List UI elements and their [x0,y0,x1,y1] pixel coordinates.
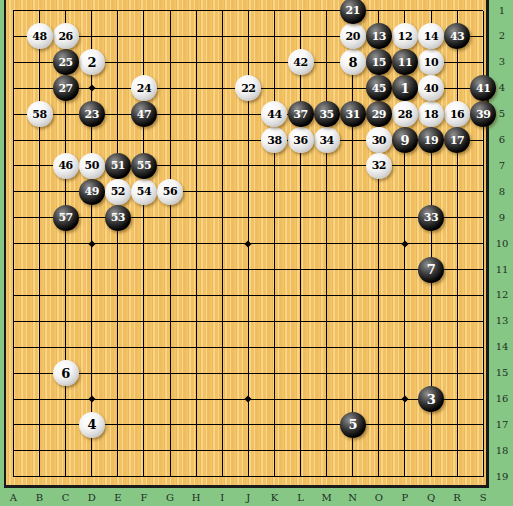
stone[interactable]: 5 [340,412,366,438]
move-number: 26 [58,31,72,42]
column-label: S [480,493,487,503]
move-number: 7 [427,263,436,276]
move-number: 20 [346,31,360,42]
stone[interactable]: 13 [366,23,392,49]
grid-line-vertical [274,11,275,477]
move-number: 55 [137,160,151,171]
stone[interactable]: 8 [340,49,366,75]
column-label: M [321,493,331,503]
move-number: 38 [267,135,281,146]
stone[interactable]: 2 [79,49,105,75]
stone[interactable]: 54 [131,179,157,205]
stone[interactable]: 44 [261,101,287,127]
move-number: 18 [424,109,438,120]
stone[interactable]: 51 [105,153,131,179]
stone[interactable]: 4 [79,412,105,438]
column-label: N [348,493,357,503]
stone[interactable]: 48 [27,23,53,49]
move-number: 30 [372,135,386,146]
grid-line-vertical [352,11,353,477]
row-label: 14 [491,342,513,352]
column-label: F [140,493,147,503]
stone[interactable]: 40 [418,75,444,101]
move-number: 24 [137,83,151,94]
row-label: 12 [491,290,513,300]
row-label: 5 [491,109,513,119]
grid-line-vertical [326,11,327,477]
move-number: 51 [111,160,125,171]
column-label: A [10,493,17,503]
stone[interactable]: 37 [288,101,314,127]
row-label: 4 [491,83,513,93]
grid-line-horizontal [13,450,483,451]
stone[interactable]: 29 [366,101,392,127]
move-number: 16 [450,109,464,120]
column-label: O [375,493,383,503]
move-number: 31 [346,109,360,120]
row-label: 10 [491,239,513,249]
move-number: 4 [87,418,96,431]
stone[interactable]: 23 [79,101,105,127]
column-label: C [62,493,70,503]
column-label: Q [427,493,435,503]
grid-line-vertical [300,11,301,477]
move-number: 39 [476,109,490,120]
grid-line-horizontal [13,373,483,374]
move-number: 36 [293,135,307,146]
stone[interactable]: 36 [288,127,314,153]
move-number: 14 [424,31,438,42]
stone[interactable]: 53 [105,205,131,231]
move-number: 15 [372,57,386,68]
row-label: 9 [491,213,513,223]
column-label: R [453,493,461,503]
stone[interactable]: 20 [340,23,366,49]
move-number: 49 [85,186,99,197]
move-number: 8 [348,56,357,69]
stone[interactable]: 12 [392,23,418,49]
move-number: 48 [32,31,46,42]
stone[interactable]: 19 [418,127,444,153]
stone[interactable]: 6 [53,360,79,386]
column-label: K [271,493,278,503]
row-label: 15 [491,368,513,378]
row-label: 1 [491,6,513,16]
stone[interactable]: 38 [261,127,287,153]
stone[interactable]: 25 [53,49,79,75]
column-label: J [246,493,250,503]
move-number: 17 [450,135,464,146]
move-number: 37 [293,109,307,120]
move-number: 44 [267,109,281,120]
row-label: 13 [491,316,513,326]
stone[interactable]: 24 [131,75,157,101]
move-number: 45 [372,83,386,94]
column-label: I [220,493,224,503]
grid-line-horizontal [13,321,483,322]
move-number: 29 [372,109,386,120]
column-label: H [192,493,201,503]
row-label: 6 [491,135,513,145]
stone[interactable]: 46 [53,153,79,179]
row-label: 2 [491,31,513,41]
move-number: 41 [476,83,490,94]
move-number: 23 [85,109,99,120]
stone[interactable]: 28 [392,101,418,127]
stone[interactable]: 30 [366,127,392,153]
move-number: 35 [319,109,333,120]
column-label: P [402,493,409,503]
move-number: 12 [398,31,412,42]
move-number: 3 [427,393,436,406]
stone[interactable]: 42 [288,49,314,75]
column-label: G [166,493,174,503]
stone[interactable]: 55 [131,153,157,179]
move-number: 58 [32,109,46,120]
stone[interactable]: 57 [53,205,79,231]
stone[interactable]: 27 [53,75,79,101]
grid-line-horizontal [13,476,483,477]
grid-line-horizontal [13,295,483,296]
move-number: 40 [424,83,438,94]
column-label: E [114,493,121,503]
column-label: L [297,493,304,503]
stone[interactable]: 31 [340,101,366,127]
stone[interactable]: 52 [105,179,131,205]
move-number: 5 [348,418,357,431]
stone[interactable]: 33 [418,205,444,231]
move-number: 6 [61,367,70,380]
row-label: 17 [491,420,513,430]
move-number: 56 [163,186,177,197]
row-label: 11 [491,265,513,275]
stone[interactable]: 16 [444,101,470,127]
move-number: 34 [319,135,333,146]
move-number: 25 [58,57,72,68]
stone[interactable]: 9 [392,127,418,153]
stone[interactable]: 47 [131,101,157,127]
grid-line-horizontal [13,269,483,270]
move-number: 52 [111,186,125,197]
stone[interactable]: 58 [27,101,53,127]
stone[interactable]: 14 [418,23,444,49]
move-number: 50 [85,160,99,171]
move-number: 54 [137,186,151,197]
move-number: 43 [450,31,464,42]
row-label: 19 [491,472,513,482]
row-label: 16 [491,394,513,404]
move-number: 22 [241,83,255,94]
move-number: 42 [293,57,307,68]
row-label: 7 [491,161,513,171]
go-kifu-diagram: 1234567891011121314151617181920212223242… [0,0,513,506]
move-number: 11 [398,57,412,68]
stone[interactable]: 7 [418,257,444,283]
column-label: B [36,493,43,503]
stone[interactable]: 26 [53,23,79,49]
stone[interactable]: 45 [366,75,392,101]
grid-line-horizontal [13,347,483,348]
row-label: 3 [491,57,513,67]
move-number: 27 [58,83,72,94]
move-number: 46 [58,160,72,171]
move-number: 10 [424,57,438,68]
stone[interactable]: 1 [392,75,418,101]
stone[interactable]: 35 [314,101,340,127]
move-number: 21 [346,5,360,16]
move-number: 28 [398,109,412,120]
stone[interactable]: 11 [392,49,418,75]
move-number: 19 [424,135,438,146]
move-number: 1 [401,82,410,95]
column-label: D [88,493,96,503]
stone[interactable]: 43 [444,23,470,49]
stone[interactable]: 22 [235,75,261,101]
move-number: 9 [401,134,410,147]
stone[interactable]: 3 [418,386,444,412]
move-number: 57 [58,212,72,223]
move-number: 33 [424,212,438,223]
stone[interactable]: 15 [366,49,392,75]
stone[interactable]: 10 [418,49,444,75]
move-number: 2 [87,56,96,69]
row-label: 18 [491,446,513,456]
stone[interactable]: 32 [366,153,392,179]
move-number: 13 [372,31,386,42]
stone[interactable]: 17 [444,127,470,153]
stone[interactable]: 49 [79,179,105,205]
move-number: 53 [111,212,125,223]
move-number: 47 [137,109,151,120]
stone[interactable]: 50 [79,153,105,179]
stone[interactable]: 18 [418,101,444,127]
row-label: 8 [491,187,513,197]
move-number: 32 [372,160,386,171]
stone[interactable]: 56 [157,179,183,205]
grid-line-vertical [457,11,458,477]
stone[interactable]: 34 [314,127,340,153]
